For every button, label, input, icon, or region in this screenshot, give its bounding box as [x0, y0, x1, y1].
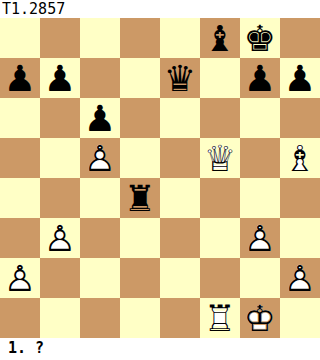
square-h5[interactable]: ♝♗	[280, 138, 320, 178]
puzzle-id: T1.2857	[0, 0, 320, 18]
square-h3[interactable]	[280, 218, 320, 258]
square-h4[interactable]	[280, 178, 320, 218]
square-d5[interactable]	[120, 138, 160, 178]
square-e8[interactable]	[160, 18, 200, 58]
square-a1[interactable]	[0, 298, 40, 338]
square-a4[interactable]	[0, 178, 40, 218]
square-b2[interactable]	[40, 258, 80, 298]
square-c3[interactable]	[80, 218, 120, 258]
black-pawn[interactable]: ♟	[240, 58, 280, 98]
chess-board: ♝♚♟♟♛♟♟♟♟♙♛♕♝♗♜♟♙♟♙♟♙♟♙♜♖♚♔	[0, 18, 320, 338]
square-d6[interactable]	[120, 98, 160, 138]
square-h8[interactable]	[280, 18, 320, 58]
square-f6[interactable]	[200, 98, 240, 138]
move-prompt: 1. ?	[0, 338, 320, 360]
square-g6[interactable]	[240, 98, 280, 138]
square-f2[interactable]	[200, 258, 240, 298]
square-c8[interactable]	[80, 18, 120, 58]
square-c2[interactable]	[80, 258, 120, 298]
white-king-outline: ♔	[240, 298, 280, 338]
square-g4[interactable]	[240, 178, 280, 218]
square-a2[interactable]: ♟♙	[0, 258, 40, 298]
square-e2[interactable]	[160, 258, 200, 298]
square-b8[interactable]	[40, 18, 80, 58]
square-b7[interactable]: ♟	[40, 58, 80, 98]
square-f3[interactable]	[200, 218, 240, 258]
square-a3[interactable]	[0, 218, 40, 258]
square-d2[interactable]	[120, 258, 160, 298]
square-e6[interactable]	[160, 98, 200, 138]
square-h1[interactable]	[280, 298, 320, 338]
black-king[interactable]: ♚	[240, 18, 280, 58]
white-queen-outline: ♕	[200, 138, 240, 178]
square-a8[interactable]	[0, 18, 40, 58]
black-queen[interactable]: ♛	[160, 58, 200, 98]
square-c1[interactable]	[80, 298, 120, 338]
white-pawn-outline: ♙	[240, 218, 280, 258]
square-a7[interactable]: ♟	[0, 58, 40, 98]
square-e1[interactable]	[160, 298, 200, 338]
white-pawn-outline: ♙	[0, 258, 40, 298]
square-g1[interactable]: ♚♔	[240, 298, 280, 338]
white-pawn-outline: ♙	[280, 258, 320, 298]
black-pawn[interactable]: ♟	[280, 58, 320, 98]
square-d4[interactable]: ♜	[120, 178, 160, 218]
black-bishop[interactable]: ♝	[200, 18, 240, 58]
square-d1[interactable]	[120, 298, 160, 338]
square-f8[interactable]: ♝	[200, 18, 240, 58]
square-g8[interactable]: ♚	[240, 18, 280, 58]
black-rook[interactable]: ♜	[120, 178, 160, 218]
square-c5[interactable]: ♟♙	[80, 138, 120, 178]
black-pawn[interactable]: ♟	[80, 98, 120, 138]
square-b5[interactable]	[40, 138, 80, 178]
black-pawn[interactable]: ♟	[40, 58, 80, 98]
square-d7[interactable]	[120, 58, 160, 98]
square-d8[interactable]	[120, 18, 160, 58]
square-a5[interactable]	[0, 138, 40, 178]
square-g5[interactable]	[240, 138, 280, 178]
square-f4[interactable]	[200, 178, 240, 218]
square-e4[interactable]	[160, 178, 200, 218]
square-b4[interactable]	[40, 178, 80, 218]
square-f1[interactable]: ♜♖	[200, 298, 240, 338]
square-a6[interactable]	[0, 98, 40, 138]
square-e5[interactable]	[160, 138, 200, 178]
square-d3[interactable]	[120, 218, 160, 258]
square-e3[interactable]	[160, 218, 200, 258]
square-e7[interactable]: ♛	[160, 58, 200, 98]
square-b1[interactable]	[40, 298, 80, 338]
square-g3[interactable]: ♟♙	[240, 218, 280, 258]
white-rook-outline: ♖	[200, 298, 240, 338]
square-g7[interactable]: ♟	[240, 58, 280, 98]
white-pawn-outline: ♙	[80, 138, 120, 178]
square-b3[interactable]: ♟♙	[40, 218, 80, 258]
square-h6[interactable]	[280, 98, 320, 138]
black-pawn[interactable]: ♟	[0, 58, 40, 98]
square-f7[interactable]	[200, 58, 240, 98]
square-f5[interactable]: ♛♕	[200, 138, 240, 178]
white-pawn-outline: ♙	[40, 218, 80, 258]
square-c6[interactable]: ♟	[80, 98, 120, 138]
square-g2[interactable]	[240, 258, 280, 298]
square-h2[interactable]: ♟♙	[280, 258, 320, 298]
square-h7[interactable]: ♟	[280, 58, 320, 98]
square-c7[interactable]	[80, 58, 120, 98]
white-bishop-outline: ♗	[280, 138, 320, 178]
square-b6[interactable]	[40, 98, 80, 138]
square-c4[interactable]	[80, 178, 120, 218]
